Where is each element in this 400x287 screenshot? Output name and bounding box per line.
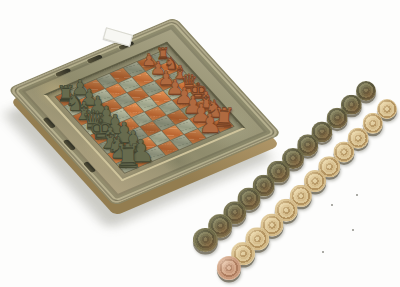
draughts-disc-dark-12[interactable] [193, 227, 217, 251]
draughts-disc-light-12[interactable] [217, 256, 241, 280]
photo-scene: ♜♞♝♛♚♝♞♜♟♟♟♟♟♟♟♟♟♟♟♟♟♟♟♟♜♞♝♛♚♝♞♜ [0, 0, 400, 287]
draughts-discs-layer [0, 0, 400, 287]
